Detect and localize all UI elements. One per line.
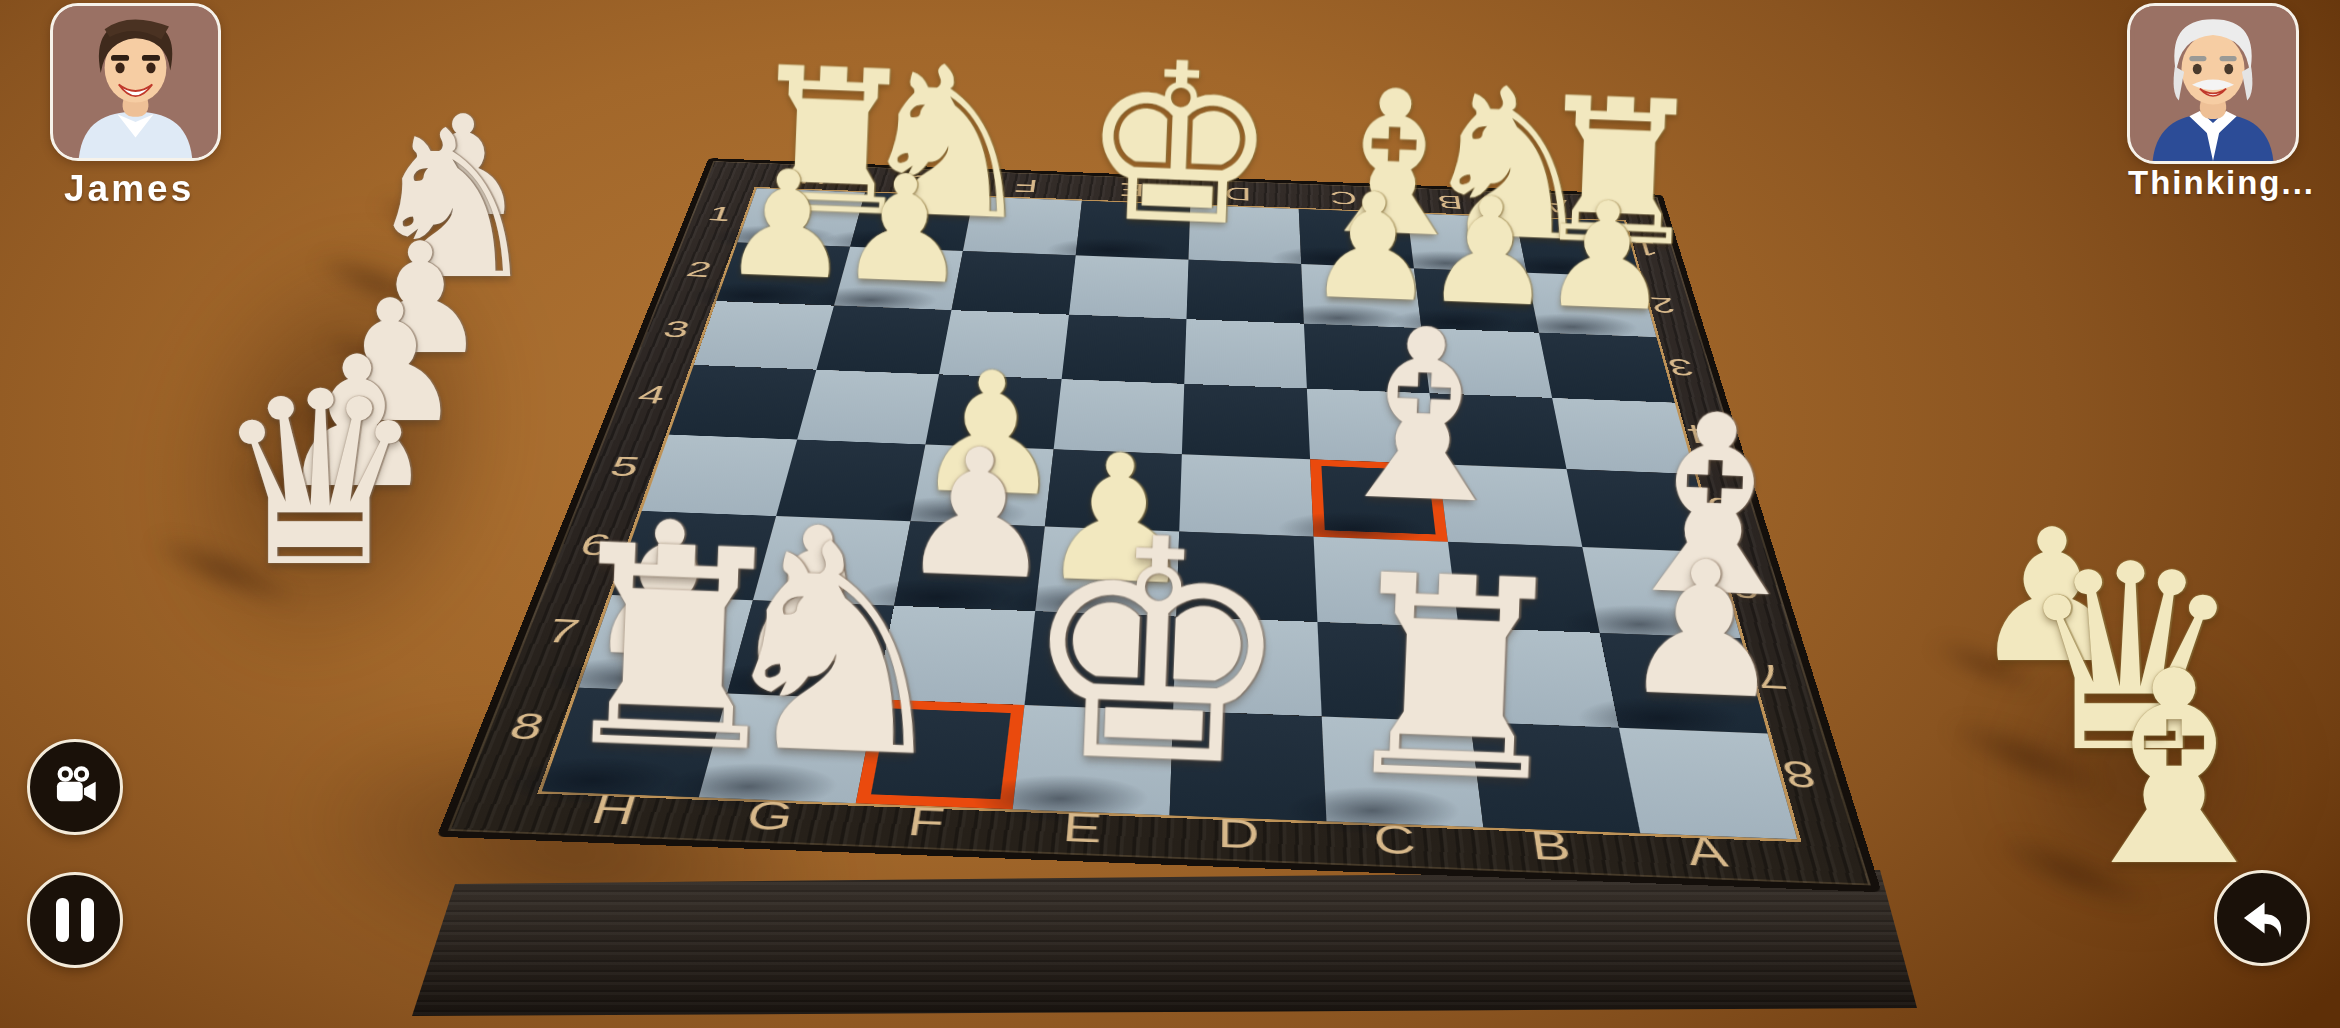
- coord-label: G: [685, 785, 854, 846]
- square-d4[interactable]: [1182, 384, 1310, 459]
- game-scene: ♜♞♚♝♞♜♟♟♟♟♟♟♝♟♟♝♟♟♟♜♞♚♜ HGFEDCBA HGFEDCB…: [0, 0, 2340, 1028]
- square-h3[interactable]: [694, 301, 834, 370]
- captured-piece-shadow: [214, 445, 372, 537]
- captured-piece-shadow: [1908, 688, 2145, 826]
- captured-piece-black-pawn: ♟: [315, 278, 466, 446]
- captured-piece-shadow: [1906, 619, 2067, 712]
- captured-piece-black-pawn: ♟: [401, 98, 525, 236]
- player-name: James: [64, 168, 194, 210]
- piece-white-pawn[interactable]: ♟: [835, 228, 966, 305]
- square-h2[interactable]: ♟: [717, 242, 851, 305]
- captured-piece-shadow: [300, 318, 434, 396]
- captured-piece-black-pawn: ♟: [351, 223, 488, 376]
- square-e3[interactable]: [1062, 315, 1187, 384]
- coord-label: C: [1290, 183, 1398, 213]
- coord-label: D: [1159, 803, 1317, 864]
- coord-label: D: [1184, 179, 1291, 209]
- captured-piece-shadow: [114, 507, 335, 636]
- captured-piece-shadow: [1955, 804, 2190, 940]
- square-e8[interactable]: ♚: [1013, 705, 1173, 815]
- board-squares: ♜♞♚♝♞♜♟♟♟♟♟♟♝♟♟♝♟♟♟♜♞♚♜: [542, 188, 1797, 839]
- square-g2[interactable]: ♟: [834, 247, 963, 310]
- piece-black-bishop[interactable]: ♝: [1307, 400, 1447, 536]
- pause-icon: [56, 898, 94, 942]
- square-e2[interactable]: [1069, 255, 1189, 319]
- video-camera-icon: [42, 756, 108, 818]
- coord-label: F: [971, 171, 1081, 200]
- square-c8[interactable]: ♜: [1322, 716, 1484, 827]
- camera-view-button[interactable]: [27, 739, 123, 835]
- coord-label: A: [1623, 821, 1792, 883]
- captured-piece-black-queen: ♛: [212, 360, 427, 600]
- piece-black-king[interactable]: ♚: [1014, 608, 1177, 806]
- chess-board[interactable]: ♜♞♚♝♞♜♟♟♟♟♟♟♝♟♟♝♟♟♟♜♞♚♜ HGFEDCBA HGFEDCB…: [578, 0, 1771, 1028]
- coord-label: H: [527, 779, 700, 840]
- square-f2[interactable]: [951, 251, 1075, 315]
- square-h8[interactable]: ♜: [542, 688, 727, 797]
- captured-piece-white-pawn: ♟: [1970, 505, 2134, 688]
- captured-piece-white-bishop: ♝: [2054, 636, 2293, 903]
- square-h4[interactable]: [669, 365, 816, 440]
- coord-label: H: [757, 163, 871, 192]
- square-g8[interactable]: ♞: [699, 694, 876, 804]
- captured-piece-white-queen: ♛: [2015, 531, 2245, 788]
- square-d2[interactable]: [1186, 260, 1303, 324]
- square-e1[interactable]: ♚: [1076, 201, 1191, 260]
- piece-black-knight[interactable]: ♞: [701, 608, 892, 795]
- piece-white-pawn[interactable]: ♟: [718, 224, 855, 301]
- undo-arrow-icon: [2231, 887, 2293, 949]
- captured-piece-shadow: [257, 382, 405, 468]
- coord-label: E: [1077, 175, 1185, 204]
- coord-label: E: [1001, 797, 1161, 858]
- avatar-james: [50, 3, 221, 161]
- undo-button[interactable]: [2214, 870, 2310, 966]
- captured-piece-shadow: [285, 231, 467, 337]
- captured-piece-shadow: [357, 183, 478, 253]
- captured-piece-black-pawn: ♟: [276, 333, 437, 513]
- square-d3[interactable]: [1184, 319, 1307, 388]
- piece-black-rook[interactable]: ♜: [1318, 637, 1482, 819]
- coord-label: G: [864, 167, 976, 196]
- coord-label: B: [1395, 187, 1505, 217]
- square-a7[interactable]: ♟: [1600, 633, 1768, 734]
- pause-button[interactable]: [27, 872, 123, 968]
- opponent-status: Thinking...: [2128, 164, 2315, 202]
- captured-piece-black-knight: ♞: [361, 104, 544, 308]
- coord-label: A: [1500, 191, 1612, 221]
- avatar-opponent: [2127, 3, 2299, 164]
- board-frame: ♜♞♚♝♞♜♟♟♟♟♟♟♝♟♟♝♟♟♟♜♞♚♜ HGFEDCBA HGFEDCB…: [437, 158, 1882, 892]
